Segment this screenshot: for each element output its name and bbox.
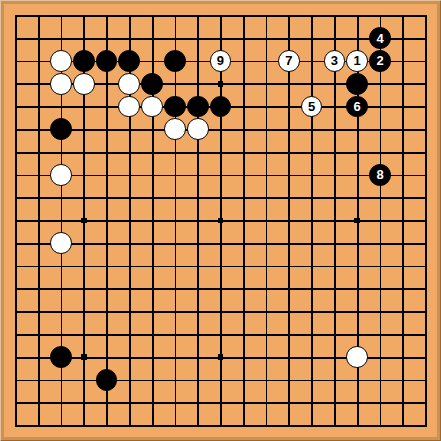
- stone-black: [346, 73, 368, 95]
- stone-white-move-5: 5: [301, 96, 323, 118]
- stone-black: [50, 118, 72, 140]
- stone-black-move-8: 8: [369, 164, 391, 186]
- stone-white: [118, 96, 140, 118]
- hoshi-point: [81, 354, 87, 360]
- stone-white: [346, 346, 368, 368]
- move-number-label: 9: [217, 54, 224, 67]
- stone-white: [118, 73, 140, 95]
- stone-white-move-9: 9: [210, 50, 232, 72]
- stone-white: [50, 232, 72, 254]
- stone-black: [141, 73, 163, 95]
- stone-white: [187, 118, 209, 140]
- stone-white: [73, 73, 95, 95]
- stone-white-move-3: 3: [324, 50, 346, 72]
- stone-white: [141, 96, 163, 118]
- move-number-label: 2: [376, 54, 383, 67]
- stone-black: [210, 96, 232, 118]
- stone-black: [118, 50, 140, 72]
- move-number-label: 8: [376, 168, 383, 181]
- go-board-surface: 123456789: [4, 4, 437, 437]
- hoshi-point: [81, 218, 87, 224]
- move-number-label: 3: [331, 54, 338, 67]
- stone-black: [164, 96, 186, 118]
- stone-black-move-6: 6: [346, 96, 368, 118]
- move-number-label: 5: [308, 100, 315, 113]
- stone-black-move-2: 2: [369, 50, 391, 72]
- stone-black: [96, 369, 118, 391]
- hoshi-point: [218, 354, 224, 360]
- stone-white: [50, 73, 72, 95]
- hoshi-point: [218, 218, 224, 224]
- stone-white: [50, 164, 72, 186]
- move-number-label: 6: [354, 100, 361, 113]
- move-number-label: 4: [376, 32, 383, 45]
- stone-white: [50, 50, 72, 72]
- stone-white-move-1: 1: [346, 50, 368, 72]
- stone-black: [164, 50, 186, 72]
- stone-black: [73, 50, 95, 72]
- hoshi-point: [218, 81, 224, 87]
- board-grid: 123456789: [4, 4, 437, 437]
- stone-white: [164, 118, 186, 140]
- stone-black: [50, 346, 72, 368]
- stone-black: [96, 50, 118, 72]
- stone-black-move-4: 4: [369, 27, 391, 49]
- move-number-label: 7: [285, 54, 292, 67]
- move-number-label: 1: [354, 54, 361, 67]
- stone-black: [187, 96, 209, 118]
- go-board: 123456789: [0, 0, 441, 441]
- stone-white-move-7: 7: [278, 50, 300, 72]
- hoshi-point: [354, 218, 360, 224]
